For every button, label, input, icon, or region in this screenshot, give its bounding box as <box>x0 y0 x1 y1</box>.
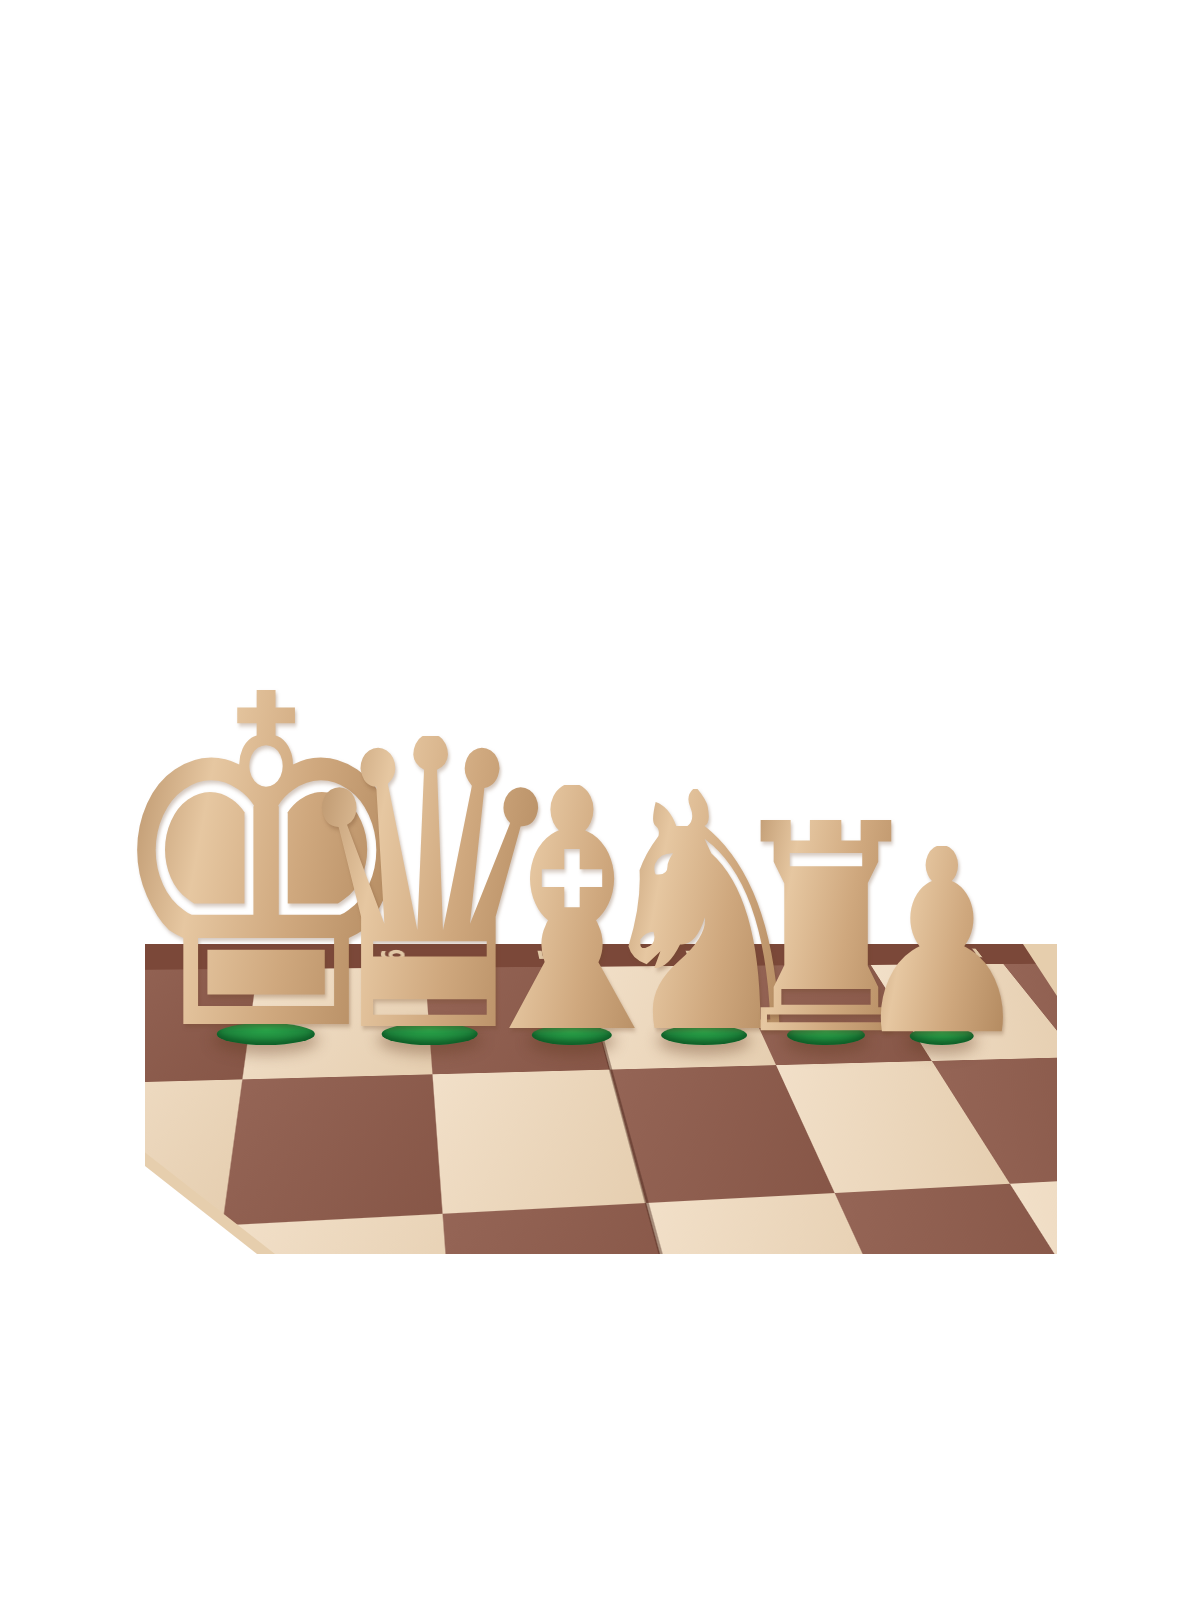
pawn-glyph: ♟ <box>851 846 1034 1040</box>
piece-pawn: ♟ <box>828 846 1057 1040</box>
product-photo: 87654321 ♚ ♛ ♝ ♞ ♜ ♟ <box>0 0 1200 1600</box>
